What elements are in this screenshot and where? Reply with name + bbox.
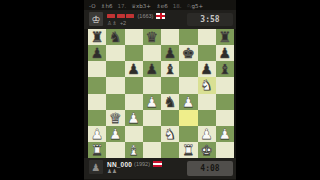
redacted-name-block	[117, 14, 125, 18]
square-b5[interactable]	[106, 77, 124, 93]
piece-white-pawn[interactable]: ♟	[182, 94, 195, 110]
square-h6[interactable]: ♝	[216, 61, 234, 77]
move-item[interactable]: ♕xb3+	[131, 3, 151, 9]
square-e4[interactable]: ♞	[161, 94, 179, 110]
square-b1[interactable]	[106, 142, 124, 158]
square-g7[interactable]	[198, 45, 216, 61]
piece-white-bishop[interactable]: ♝	[127, 142, 140, 158]
move-item[interactable]: ♗e6	[156, 3, 168, 9]
piece-black-bishop[interactable]: ♝	[164, 61, 177, 77]
square-e6[interactable]: ♝	[161, 61, 179, 77]
square-e2[interactable]: ♞	[161, 126, 179, 142]
square-d8[interactable]: ♛	[143, 29, 161, 45]
square-c7[interactable]	[125, 45, 143, 61]
square-h7[interactable]: ♟	[216, 45, 234, 61]
square-a3[interactable]	[88, 110, 106, 126]
square-b6[interactable]	[106, 61, 124, 77]
square-f7[interactable]: ♚	[179, 45, 197, 61]
piece-black-pawn[interactable]: ♟	[200, 61, 213, 77]
player-avatar[interactable]: ♟	[89, 160, 103, 174]
square-e5[interactable]	[161, 77, 179, 93]
square-a8[interactable]: ♜	[88, 29, 106, 45]
square-a6[interactable]	[88, 61, 106, 77]
square-c8[interactable]	[125, 29, 143, 45]
player-username: NN_000	[107, 161, 132, 168]
square-g5[interactable]: ♞	[198, 77, 216, 93]
square-h5[interactable]	[216, 77, 234, 93]
move-item[interactable]: ♗h6	[100, 3, 112, 9]
square-d3[interactable]	[143, 110, 161, 126]
square-d7[interactable]	[143, 45, 161, 61]
chess-board[interactable]: ♜♞♛♜♟♟♚♟♟♟♝♟♝♞♟♞♟♛♟♟♟♞♟♟♜♝♜♚	[88, 29, 234, 158]
england-flag-icon	[156, 13, 165, 19]
piece-white-knight[interactable]: ♞	[164, 126, 177, 142]
piece-white-queen[interactable]: ♛	[109, 110, 122, 126]
redacted-name-block	[126, 14, 134, 18]
square-b4[interactable]	[106, 94, 124, 110]
piece-black-pawn[interactable]: ♟	[219, 45, 232, 61]
piece-white-pawn[interactable]: ♟	[127, 110, 140, 126]
square-h1[interactable]	[216, 142, 234, 158]
piece-black-rook[interactable]: ♜	[91, 29, 104, 45]
square-e1[interactable]	[161, 142, 179, 158]
square-g4[interactable]	[198, 94, 216, 110]
player-clock-time: 4:08	[200, 164, 219, 173]
square-d5[interactable]	[143, 77, 161, 93]
square-h2[interactable]: ♟	[216, 126, 234, 142]
square-c2[interactable]	[125, 126, 143, 142]
move-item[interactable]: 17.	[117, 3, 126, 9]
material-score: +2	[120, 20, 126, 26]
square-f2[interactable]	[179, 126, 197, 142]
piece-white-pawn[interactable]: ♟	[109, 126, 122, 142]
piece-black-knight[interactable]: ♞	[164, 94, 177, 110]
player-captured-pieces: ♟♟	[107, 168, 117, 174]
square-e8[interactable]	[161, 29, 179, 45]
square-f5[interactable]	[179, 77, 197, 93]
move-item[interactable]: 18.	[173, 3, 182, 9]
opponent-player-bar: ♔ (1663) ♙♗ +2 3:58	[84, 10, 236, 29]
opponent-captured-pieces: ♙♗ +2	[107, 20, 126, 26]
app-content-column: -O♗h617.♕xb3+♗e618.♘g5+ ♔ (1663) ♙♗ +2 3…	[84, 0, 236, 180]
square-f6[interactable]	[179, 61, 197, 77]
piece-black-queen[interactable]: ♛	[146, 29, 159, 45]
piece-black-pawn[interactable]: ♟	[127, 61, 140, 77]
piece-white-knight[interactable]: ♞	[200, 77, 213, 93]
move-item[interactable]: -O	[89, 3, 95, 9]
square-g8[interactable]	[198, 29, 216, 45]
austria-flag-icon	[153, 161, 162, 167]
square-b3[interactable]: ♛	[106, 110, 124, 126]
square-f4[interactable]: ♟	[179, 94, 197, 110]
piece-white-rook[interactable]: ♜	[182, 142, 195, 158]
square-c5[interactable]	[125, 77, 143, 93]
opponent-clock-time: 3:58	[200, 15, 219, 24]
gray-pawn-icon: ♟	[92, 162, 101, 173]
square-a4[interactable]	[88, 94, 106, 110]
square-g3[interactable]	[198, 110, 216, 126]
square-c1[interactable]: ♝	[125, 142, 143, 158]
square-b2[interactable]: ♟	[106, 126, 124, 142]
screenshot-stage: -O♗h617.♕xb3+♗e618.♘g5+ ♔ (1663) ♙♗ +2 3…	[0, 0, 320, 180]
square-g2[interactable]: ♟	[198, 126, 216, 142]
piece-black-rook[interactable]: ♜	[219, 29, 232, 45]
square-e3[interactable]	[161, 110, 179, 126]
white-king-icon: ♔	[92, 14, 101, 25]
player-rating: (1992)	[134, 161, 150, 167]
redacted-name-block	[107, 14, 115, 18]
square-b8[interactable]: ♞	[106, 29, 124, 45]
square-d2[interactable]	[143, 126, 161, 142]
square-d4[interactable]: ♟	[143, 94, 161, 110]
square-d6[interactable]: ♟	[143, 61, 161, 77]
square-a1[interactable]: ♜	[88, 142, 106, 158]
square-c6[interactable]: ♟	[125, 61, 143, 77]
opponent-avatar[interactable]: ♔	[89, 12, 103, 26]
captured-pieces-icons: ♟♟	[107, 168, 117, 174]
opponent-clock: 3:58	[187, 13, 233, 26]
piece-white-pawn[interactable]: ♟	[91, 126, 104, 142]
square-h3[interactable]	[216, 110, 234, 126]
piece-white-pawn[interactable]: ♟	[219, 126, 232, 142]
piece-black-knight[interactable]: ♞	[109, 29, 122, 45]
player-clock: 4:08	[187, 161, 233, 176]
square-f8[interactable]	[179, 29, 197, 45]
piece-black-bishop[interactable]: ♝	[219, 61, 232, 77]
piece-white-rook[interactable]: ♜	[91, 142, 104, 158]
piece-white-pawn[interactable]: ♟	[146, 94, 159, 110]
move-item[interactable]: ♘g5+	[187, 3, 204, 9]
opponent-rating: (1663)	[138, 13, 154, 19]
piece-black-pawn[interactable]: ♟	[91, 45, 104, 61]
piece-black-pawn[interactable]: ♟	[164, 45, 177, 61]
square-g1[interactable]: ♚	[198, 142, 216, 158]
square-g6[interactable]: ♟	[198, 61, 216, 77]
player-name-line: NN_000 (1992)	[107, 160, 162, 168]
square-a5[interactable]	[88, 77, 106, 93]
square-d1[interactable]	[143, 142, 161, 158]
square-h4[interactable]	[216, 94, 234, 110]
captured-pieces-icons: ♙♗	[107, 20, 117, 26]
piece-white-pawn[interactable]: ♟	[200, 126, 213, 142]
square-b7[interactable]	[106, 45, 124, 61]
square-h8[interactable]: ♜	[216, 29, 234, 45]
square-a7[interactable]: ♟	[88, 45, 106, 61]
piece-black-pawn[interactable]: ♟	[146, 61, 159, 77]
piece-white-king[interactable]: ♚	[200, 142, 213, 158]
square-f3[interactable]	[179, 110, 197, 126]
square-c4[interactable]	[125, 94, 143, 110]
opponent-name-line: (1663)	[107, 12, 165, 20]
square-c3[interactable]: ♟	[125, 110, 143, 126]
square-a2[interactable]: ♟	[88, 126, 106, 142]
square-e7[interactable]: ♟	[161, 45, 179, 61]
square-f1[interactable]: ♜	[179, 142, 197, 158]
piece-black-king[interactable]: ♚	[182, 45, 195, 61]
player-bar: ♟ NN_000 (1992) ♟♟ 4:08	[84, 158, 236, 179]
